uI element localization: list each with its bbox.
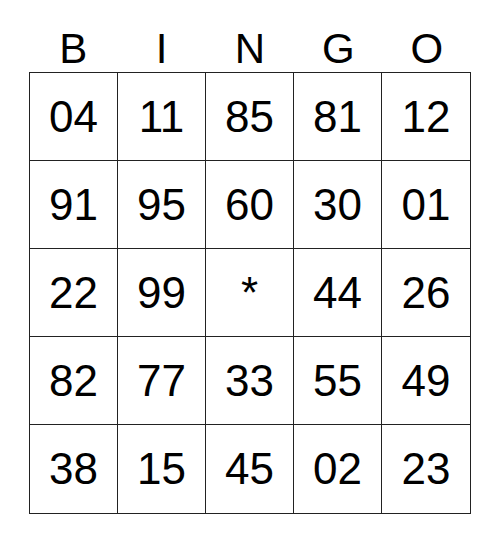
cell-r5c2[interactable]: 15 [118, 425, 206, 513]
cell-r5c5[interactable]: 23 [382, 425, 470, 513]
cell-r2c3[interactable]: 60 [206, 161, 294, 249]
cell-r1c1[interactable]: 04 [30, 73, 118, 161]
header-letter-i: I [156, 28, 168, 72]
cell-r2c2[interactable]: 95 [118, 161, 206, 249]
cell-r3c1[interactable]: 22 [30, 249, 118, 337]
cell-r1c4[interactable]: 81 [294, 73, 382, 161]
header-letter-n: N [235, 28, 265, 72]
cell-r1c3[interactable]: 85 [206, 73, 294, 161]
header-letter-g: G [322, 28, 355, 72]
bingo-board: 04 11 85 81 12 91 95 60 30 01 22 99 * 44… [29, 72, 471, 514]
cell-r5c1[interactable]: 38 [30, 425, 118, 513]
cell-r3c2[interactable]: 99 [118, 249, 206, 337]
cell-r3c4[interactable]: 44 [294, 249, 382, 337]
cell-r3c5[interactable]: 26 [382, 249, 470, 337]
cell-r1c2[interactable]: 11 [118, 73, 206, 161]
cell-r4c4[interactable]: 55 [294, 337, 382, 425]
cell-r2c1[interactable]: 91 [30, 161, 118, 249]
bingo-card: B I N G O 04 11 85 81 12 91 95 60 30 01 … [0, 0, 500, 544]
bingo-header-row: B I N G O [29, 0, 471, 72]
cell-r5c4[interactable]: 02 [294, 425, 382, 513]
cell-r1c5[interactable]: 12 [382, 73, 470, 161]
cell-r4c3[interactable]: 33 [206, 337, 294, 425]
cell-r4c1[interactable]: 82 [30, 337, 118, 425]
header-letter-o: O [410, 28, 443, 72]
cell-r3c3-free-space[interactable]: * [206, 249, 294, 337]
cell-r4c2[interactable]: 77 [118, 337, 206, 425]
cell-r2c4[interactable]: 30 [294, 161, 382, 249]
cell-r5c3[interactable]: 45 [206, 425, 294, 513]
cell-r2c5[interactable]: 01 [382, 161, 470, 249]
header-letter-b: B [59, 28, 87, 72]
cell-r4c5[interactable]: 49 [382, 337, 470, 425]
